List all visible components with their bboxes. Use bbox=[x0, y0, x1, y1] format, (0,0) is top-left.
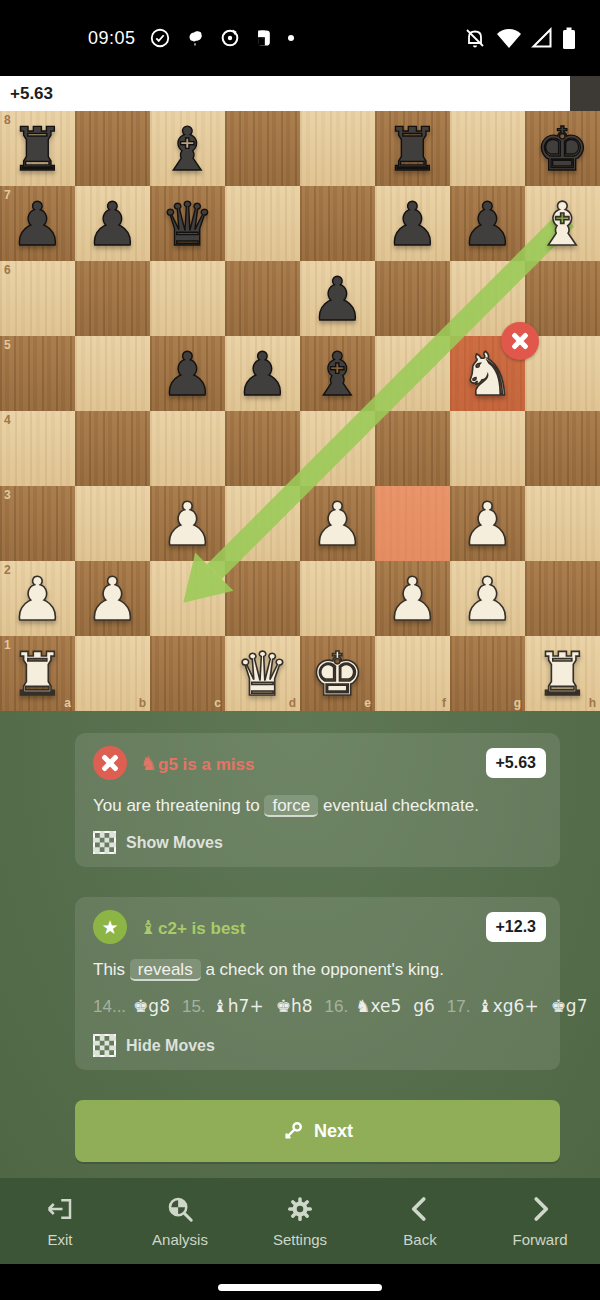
square-a7[interactable]: 7 bbox=[0, 186, 75, 261]
nav-analysis[interactable]: Analysis bbox=[120, 1178, 240, 1264]
move-number: 15. bbox=[182, 997, 206, 1016]
square-g1[interactable]: g bbox=[450, 636, 525, 711]
chess-board[interactable]: 87654321abcdefgh ♜♝♜♚♟♟♛♟♟♝♟♟♟♝♞♟♟♟♟♟♟♟♜… bbox=[0, 111, 600, 711]
square-c6[interactable] bbox=[150, 261, 225, 336]
square-a6[interactable]: 6 bbox=[0, 261, 75, 336]
square-f1[interactable]: f bbox=[375, 636, 450, 711]
mini-board-icon bbox=[93, 1034, 116, 1057]
square-e5[interactable] bbox=[300, 336, 375, 411]
file-label: d bbox=[289, 697, 296, 709]
best-move-line: 14...♚g815.♝h7+♚h816.♞xe5g617.♝xg6+♚g718… bbox=[93, 991, 546, 1022]
square-e6[interactable] bbox=[300, 261, 375, 336]
rank-label: 2 bbox=[4, 564, 11, 576]
square-g7[interactable] bbox=[450, 186, 525, 261]
square-d7[interactable] bbox=[225, 186, 300, 261]
square-g2[interactable] bbox=[450, 561, 525, 636]
square-h3[interactable] bbox=[525, 486, 600, 561]
square-d2[interactable] bbox=[225, 561, 300, 636]
x-icon bbox=[93, 746, 127, 780]
square-a3[interactable]: 3 bbox=[0, 486, 75, 561]
move-san[interactable]: ♚h8 bbox=[276, 996, 313, 1016]
evaluation-value: +5.63 bbox=[0, 84, 53, 104]
square-d5[interactable] bbox=[225, 336, 300, 411]
square-b7[interactable] bbox=[75, 186, 150, 261]
rank-label: 3 bbox=[4, 489, 11, 501]
square-c2[interactable] bbox=[150, 561, 225, 636]
star-circle-icon: ★ bbox=[93, 910, 127, 944]
move-san[interactable]: ♚g8 bbox=[133, 996, 170, 1016]
file-label: c bbox=[214, 697, 221, 709]
x-icon bbox=[501, 322, 539, 360]
square-d3[interactable] bbox=[225, 486, 300, 561]
nav-settings[interactable]: Settings bbox=[240, 1178, 360, 1264]
nav-forward[interactable]: Forward bbox=[480, 1178, 600, 1264]
square-f6[interactable] bbox=[375, 261, 450, 336]
move-san[interactable]: ♝xg6+ bbox=[477, 996, 538, 1016]
x-circle-icon bbox=[93, 746, 127, 780]
square-f4[interactable] bbox=[375, 411, 450, 486]
file-label: f bbox=[442, 697, 446, 709]
square-h1[interactable]: h bbox=[525, 636, 600, 711]
analysis-panel: ♞ g5 is a miss +5.63 You are threatening… bbox=[0, 711, 600, 1178]
square-g3[interactable] bbox=[450, 486, 525, 561]
square-c1[interactable]: c bbox=[150, 636, 225, 711]
file-label: h bbox=[589, 697, 596, 709]
wifi-icon bbox=[496, 27, 522, 49]
square-a2[interactable]: 2 bbox=[0, 561, 75, 636]
move-san[interactable]: ♝h7+ bbox=[213, 996, 264, 1016]
square-f5[interactable] bbox=[375, 336, 450, 411]
highlight-f3 bbox=[375, 486, 450, 561]
rank-label: 7 bbox=[4, 189, 11, 201]
square-h7[interactable] bbox=[525, 186, 600, 261]
square-e7[interactable] bbox=[300, 186, 375, 261]
rank-label: 4 bbox=[4, 414, 11, 426]
nav-back[interactable]: Back bbox=[360, 1178, 480, 1264]
square-f8[interactable] bbox=[375, 111, 450, 186]
move-san[interactable]: ♞xe5 bbox=[355, 996, 401, 1016]
move-number: 14... bbox=[93, 997, 126, 1016]
gesture-pill[interactable] bbox=[218, 1284, 382, 1291]
back-chevron-icon bbox=[405, 1194, 435, 1224]
bottom-nav: Exit Analysis Settings Back Forward bbox=[0, 1178, 600, 1264]
square-c4[interactable] bbox=[150, 411, 225, 486]
square-b3[interactable] bbox=[75, 486, 150, 561]
forward-chevron-icon bbox=[525, 1194, 555, 1224]
square-b1[interactable]: b bbox=[75, 636, 150, 711]
best-eval-badge: +12.3 bbox=[486, 912, 546, 942]
miss-explanation: You are threatening to force eventual ch… bbox=[93, 793, 546, 819]
square-b5[interactable] bbox=[75, 336, 150, 411]
mini-board-icon bbox=[93, 831, 116, 854]
square-g4[interactable] bbox=[450, 411, 525, 486]
file-label: g bbox=[514, 697, 521, 709]
square-a4[interactable]: 4 bbox=[0, 411, 75, 486]
dot-icon bbox=[287, 34, 295, 42]
square-f3[interactable] bbox=[375, 486, 450, 561]
keyword-reveals[interactable]: reveals bbox=[130, 959, 201, 981]
evaluation-bar-white: +5.63 bbox=[0, 76, 570, 111]
keyword-force[interactable]: force bbox=[264, 795, 318, 817]
square-b2[interactable] bbox=[75, 561, 150, 636]
next-button[interactable]: Next bbox=[75, 1100, 560, 1162]
battery-icon bbox=[562, 26, 576, 50]
rank-label: 1 bbox=[4, 639, 11, 651]
square-b6[interactable] bbox=[75, 261, 150, 336]
square-a1[interactable]: 1a bbox=[0, 636, 75, 711]
square-c3[interactable] bbox=[150, 486, 225, 561]
square-e3[interactable] bbox=[300, 486, 375, 561]
square-h4[interactable] bbox=[525, 411, 600, 486]
settings-gear-icon bbox=[285, 1194, 315, 1224]
evaluation-bar: +5.63 bbox=[0, 76, 600, 111]
best-explanation: This reveals a check on the opponent's k… bbox=[93, 957, 546, 983]
miss-eval-badge: +5.63 bbox=[486, 748, 546, 778]
move-number: 16. bbox=[325, 997, 349, 1016]
bug-icon bbox=[184, 27, 206, 49]
file-label: e bbox=[364, 697, 371, 709]
file-label: b bbox=[139, 697, 146, 709]
battery-saver-icon bbox=[254, 27, 274, 49]
square-e8[interactable] bbox=[300, 111, 375, 186]
status-bar: 09:05 bbox=[0, 0, 600, 76]
notifications-off-icon bbox=[463, 26, 487, 50]
square-a5[interactable]: 5 bbox=[0, 336, 75, 411]
bishop-figurine-icon: ♝ bbox=[140, 916, 157, 938]
file-label: a bbox=[64, 697, 71, 709]
square-d4[interactable] bbox=[225, 411, 300, 486]
move-number: 17. bbox=[447, 997, 471, 1016]
show-moves-button[interactable]: Show Moves bbox=[93, 831, 546, 854]
rank-label: 8 bbox=[4, 114, 11, 126]
square-d6[interactable] bbox=[225, 261, 300, 336]
square-f7[interactable] bbox=[375, 186, 450, 261]
check-circle-icon bbox=[149, 27, 171, 49]
miss-card: ♞ g5 is a miss +5.63 You are threatening… bbox=[75, 733, 560, 867]
miss-title: ♞ g5 is a miss bbox=[140, 752, 254, 775]
square-d1[interactable]: d bbox=[225, 636, 300, 711]
square-g8[interactable] bbox=[450, 111, 525, 186]
square-e4[interactable] bbox=[300, 411, 375, 486]
move-san[interactable]: ♚g7 bbox=[551, 996, 588, 1016]
square-d8[interactable] bbox=[225, 111, 300, 186]
square-e1[interactable]: e bbox=[300, 636, 375, 711]
hide-moves-button[interactable]: Hide Moves bbox=[93, 1034, 546, 1057]
exit-icon bbox=[45, 1194, 75, 1224]
miss-x-badge bbox=[501, 322, 539, 360]
key-icon bbox=[282, 1120, 304, 1142]
square-c8[interactable] bbox=[150, 111, 225, 186]
rank-label: 6 bbox=[4, 264, 11, 276]
move-san[interactable]: g6 bbox=[413, 996, 435, 1016]
clock: 09:05 bbox=[88, 28, 136, 49]
square-a8[interactable]: 8 bbox=[0, 111, 75, 186]
square-b8[interactable] bbox=[75, 111, 150, 186]
square-b4[interactable] bbox=[75, 411, 150, 486]
square-h8[interactable] bbox=[525, 111, 600, 186]
best-title: ♝ c2+ is best bbox=[140, 916, 245, 939]
system-bar bbox=[0, 1264, 600, 1300]
analysis-icon bbox=[165, 1194, 195, 1224]
app-screen: 09:05 +5.63 87654321abcdefgh ♜♝♜♚♟♟♛♟♟♝♟… bbox=[0, 0, 600, 1300]
square-c7[interactable] bbox=[150, 186, 225, 261]
square-c5[interactable] bbox=[150, 336, 225, 411]
nav-exit[interactable]: Exit bbox=[0, 1178, 120, 1264]
knight-figurine-icon: ♞ bbox=[140, 752, 157, 774]
auto-rotate-icon bbox=[219, 27, 241, 49]
square-h2[interactable] bbox=[525, 561, 600, 636]
rank-label: 5 bbox=[4, 339, 11, 351]
square-f2[interactable] bbox=[375, 561, 450, 636]
board-squares: 87654321abcdefgh bbox=[0, 111, 600, 711]
square-e2[interactable] bbox=[300, 561, 375, 636]
best-card: ★ ♝ c2+ is best +12.3 This reveals a che… bbox=[75, 897, 560, 1070]
star-icon: ★ bbox=[101, 918, 118, 937]
cell-signal-icon bbox=[531, 27, 553, 49]
